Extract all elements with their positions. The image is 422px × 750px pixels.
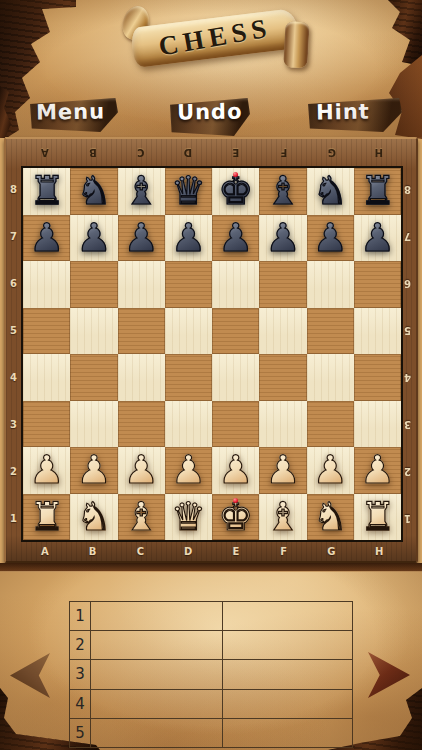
white-bishop-piece[interactable]: ♝ [118, 494, 165, 541]
square-d5[interactable] [165, 308, 212, 355]
black-pawn-piece[interactable]: ♟ [165, 215, 212, 262]
white-pawn-piece[interactable]: ♟ [212, 447, 259, 494]
square-c5[interactable] [118, 308, 165, 355]
square-g7[interactable]: ♟ [307, 215, 354, 262]
square-e4[interactable] [212, 354, 259, 401]
right-arrow-icon [368, 652, 410, 698]
square-e2[interactable]: ♟ [212, 447, 259, 494]
move-number: 2 [70, 631, 91, 660]
move-black-cell [223, 718, 353, 747]
move-row: 5 [70, 718, 353, 747]
rank-label-left-8: 8 [6, 166, 21, 213]
square-c3[interactable] [118, 401, 165, 448]
square-a6[interactable] [23, 261, 70, 308]
rank-label-left-6: 6 [6, 260, 21, 307]
square-b1[interactable]: ♞ [70, 494, 117, 541]
square-h2[interactable]: ♟ [354, 447, 401, 494]
file-label-bottom-c: C [117, 540, 165, 563]
white-pawn-piece[interactable]: ♟ [165, 447, 212, 494]
file-labels-top: ABCDEFGH [21, 139, 403, 166]
square-b3[interactable] [70, 401, 117, 448]
move-number: 4 [70, 689, 91, 718]
square-c1[interactable]: ♝ [118, 494, 165, 541]
file-label-bottom-g: G [308, 540, 356, 563]
next-move-button[interactable] [368, 652, 410, 698]
move-white-cell [91, 718, 223, 747]
rank-labels-left: 87654321 [6, 166, 21, 542]
black-pawn-piece[interactable]: ♟ [212, 215, 259, 262]
square-b8[interactable]: ♞ [70, 168, 117, 215]
square-a2[interactable]: ♟ [23, 447, 70, 494]
move-row: 4 [70, 689, 353, 718]
move-black-cell [223, 660, 353, 689]
board-shadow-divider [0, 563, 422, 572]
square-g8[interactable]: ♞ [307, 168, 354, 215]
black-rook-piece[interactable]: ♜ [23, 168, 70, 215]
black-queen-piece[interactable]: ♛ [165, 168, 212, 215]
black-knight-piece[interactable]: ♞ [70, 168, 117, 215]
square-h8[interactable]: ♜ [354, 168, 401, 215]
square-h5[interactable] [354, 308, 401, 355]
square-e1[interactable]: ♚ [212, 494, 259, 541]
file-label-top-h: H [355, 139, 403, 166]
square-d7[interactable]: ♟ [165, 215, 212, 262]
king-jewel-icon [233, 498, 238, 503]
black-bishop-piece[interactable]: ♝ [259, 168, 306, 215]
black-pawn-piece[interactable]: ♟ [118, 215, 165, 262]
square-d6[interactable] [165, 261, 212, 308]
square-c8[interactable]: ♝ [118, 168, 165, 215]
square-a7[interactable]: ♟ [23, 215, 70, 262]
left-arrow-icon [10, 653, 50, 698]
square-e5[interactable] [212, 308, 259, 355]
move-white-cell [91, 602, 223, 631]
square-b4[interactable] [70, 354, 117, 401]
square-a4[interactable] [23, 354, 70, 401]
chess-board: ♜♞♝♛♚♝♞♜♟♟♟♟♟♟♟♟♟♟♟♟♟♟♟♟♜♞♝♛♚♝♞♜ [21, 166, 403, 542]
file-label-bottom-h: H [355, 540, 403, 563]
move-number: 3 [70, 660, 91, 689]
square-f8[interactable]: ♝ [259, 168, 306, 215]
move-number: 5 [70, 718, 91, 747]
file-labels-bottom: ABCDEFGH [21, 540, 403, 563]
square-a5[interactable] [23, 308, 70, 355]
square-h6[interactable] [354, 261, 401, 308]
rank-label-left-5: 5 [6, 307, 21, 354]
square-g4[interactable] [307, 354, 354, 401]
square-d8[interactable]: ♛ [165, 168, 212, 215]
square-c7[interactable]: ♟ [118, 215, 165, 262]
square-f6[interactable] [259, 261, 306, 308]
square-h1[interactable]: ♜ [354, 494, 401, 541]
file-label-top-d: D [164, 139, 212, 166]
move-white-cell [91, 660, 223, 689]
square-f1[interactable]: ♝ [259, 494, 306, 541]
white-rook-piece[interactable]: ♜ [23, 494, 70, 541]
square-f5[interactable] [259, 308, 306, 355]
white-knight-piece[interactable]: ♞ [70, 494, 117, 541]
move-row: 3 [70, 660, 353, 689]
file-label-top-f: F [260, 139, 308, 166]
square-f4[interactable] [259, 354, 306, 401]
square-c2[interactable]: ♟ [118, 447, 165, 494]
square-d3[interactable] [165, 401, 212, 448]
black-rook-piece[interactable]: ♜ [354, 168, 401, 215]
square-f3[interactable] [259, 401, 306, 448]
white-rook-piece[interactable]: ♜ [354, 494, 401, 541]
move-black-cell [223, 689, 353, 718]
square-h4[interactable] [354, 354, 401, 401]
black-pawn-piece[interactable]: ♟ [23, 215, 70, 262]
square-c6[interactable] [118, 261, 165, 308]
square-d2[interactable]: ♟ [165, 447, 212, 494]
prev-move-button[interactable] [10, 653, 50, 698]
undo-button-label[interactable]: Undo [177, 99, 243, 124]
square-g1[interactable]: ♞ [307, 494, 354, 541]
square-e3[interactable] [212, 401, 259, 448]
white-pawn-piece[interactable]: ♟ [70, 447, 117, 494]
chess-board-frame: ABCDEFGH ABCDEFGH 87654321 87654321 ♜♞♝♛… [4, 137, 418, 563]
move-black-cell [223, 631, 353, 660]
move-white-cell [91, 689, 223, 718]
square-g6[interactable] [307, 261, 354, 308]
square-g3[interactable] [307, 401, 354, 448]
white-pawn-piece[interactable]: ♟ [259, 447, 306, 494]
black-bishop-piece[interactable]: ♝ [118, 168, 165, 215]
file-label-top-g: G [308, 139, 356, 166]
square-e6[interactable] [212, 261, 259, 308]
move-number: 1 [70, 602, 91, 631]
black-pawn-piece[interactable]: ♟ [354, 215, 401, 262]
white-pawn-piece[interactable]: ♟ [354, 447, 401, 494]
square-d1[interactable]: ♛ [165, 494, 212, 541]
file-label-bottom-a: A [21, 540, 69, 563]
file-label-bottom-f: F [260, 540, 308, 563]
file-label-bottom-b: B [69, 540, 117, 563]
file-label-top-e: E [212, 139, 260, 166]
square-a3[interactable] [23, 401, 70, 448]
white-pawn-piece[interactable]: ♟ [118, 447, 165, 494]
rank-label-left-2: 2 [6, 448, 21, 495]
move-row: 2 [70, 631, 353, 660]
file-label-top-a: A [21, 139, 69, 166]
menu-button-label[interactable]: Menu [36, 99, 105, 124]
square-b5[interactable] [70, 308, 117, 355]
square-b6[interactable] [70, 261, 117, 308]
square-d4[interactable] [165, 354, 212, 401]
square-g5[interactable] [307, 308, 354, 355]
white-pawn-piece[interactable]: ♟ [307, 447, 354, 494]
file-label-bottom-e: E [212, 540, 260, 563]
white-knight-piece[interactable]: ♞ [307, 494, 354, 541]
square-a8[interactable]: ♜ [23, 168, 70, 215]
black-pawn-piece[interactable]: ♟ [259, 215, 306, 262]
title-banner: CHESS [114, 0, 313, 77]
square-a1[interactable]: ♜ [23, 494, 70, 541]
move-white-cell [91, 631, 223, 660]
square-g2[interactable]: ♟ [307, 447, 354, 494]
file-label-bottom-d: D [164, 540, 212, 563]
black-knight-piece[interactable]: ♞ [307, 168, 354, 215]
rank-label-left-4: 4 [6, 354, 21, 401]
white-queen-piece[interactable]: ♛ [165, 494, 212, 541]
file-label-top-b: B [69, 139, 117, 166]
hint-button-label[interactable]: Hint [316, 100, 370, 125]
white-bishop-piece[interactable]: ♝ [259, 494, 306, 541]
square-f7[interactable]: ♟ [259, 215, 306, 262]
square-h7[interactable]: ♟ [354, 215, 401, 262]
file-label-top-c: C [117, 139, 165, 166]
square-f2[interactable]: ♟ [259, 447, 306, 494]
rank-label-left-1: 1 [6, 495, 21, 542]
move-black-cell [223, 602, 353, 631]
white-pawn-piece[interactable]: ♟ [23, 447, 70, 494]
chess-app-screen: CHESS Menu Undo Hint ABCDEFGH ABCDEFGH 8… [0, 0, 422, 750]
square-b2[interactable]: ♟ [70, 447, 117, 494]
square-e8[interactable]: ♚ [212, 168, 259, 215]
black-pawn-piece[interactable]: ♟ [70, 215, 117, 262]
square-c4[interactable] [118, 354, 165, 401]
black-pawn-piece[interactable]: ♟ [307, 215, 354, 262]
rank-label-left-3: 3 [6, 401, 21, 448]
move-list-table: 12345 [69, 601, 353, 748]
rank-label-left-7: 7 [6, 213, 21, 260]
square-e7[interactable]: ♟ [212, 215, 259, 262]
move-row: 1 [70, 602, 353, 631]
square-h3[interactable] [354, 401, 401, 448]
square-b7[interactable]: ♟ [70, 215, 117, 262]
